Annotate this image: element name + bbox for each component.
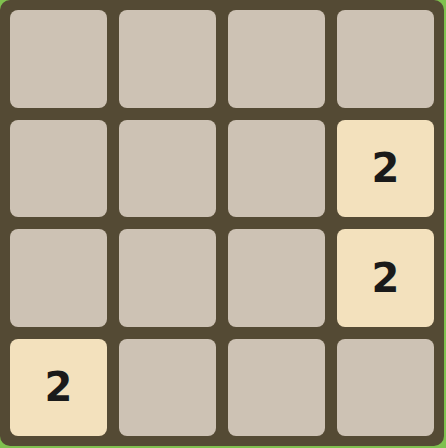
empty-cell <box>10 10 107 108</box>
empty-cell <box>10 229 107 327</box>
board-2048: 222 <box>0 0 444 446</box>
tile-2: 2 <box>10 339 107 437</box>
empty-cell <box>228 339 325 437</box>
empty-cell <box>228 120 325 218</box>
empty-cell <box>337 10 434 108</box>
tile-2: 2 <box>337 229 434 327</box>
empty-cell <box>228 229 325 327</box>
empty-cell <box>10 120 107 218</box>
empty-cell <box>119 229 216 327</box>
empty-cell <box>337 339 434 437</box>
empty-cell <box>119 339 216 437</box>
page-background: { "game": "2048", "board": { "rows": 4, … <box>0 0 446 448</box>
tile-2: 2 <box>337 120 434 218</box>
empty-cell <box>228 10 325 108</box>
empty-cell <box>119 10 216 108</box>
empty-cell <box>119 120 216 218</box>
